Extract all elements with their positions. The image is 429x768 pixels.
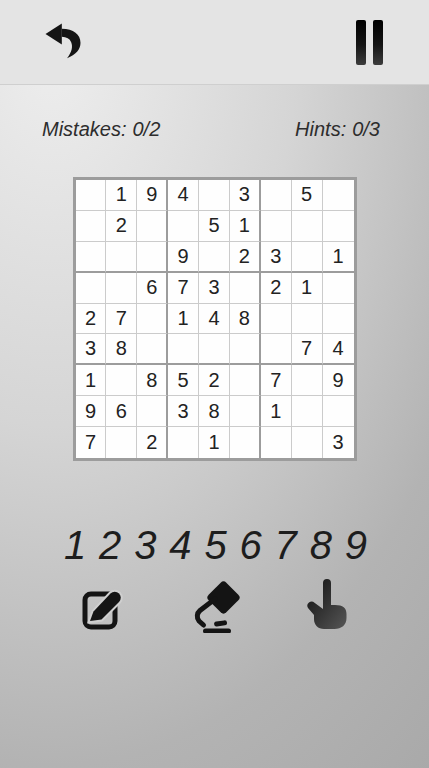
cell-r4c3[interactable]: 6 <box>137 273 168 304</box>
cell-r8c9[interactable] <box>323 396 354 427</box>
cell-r2c1[interactable] <box>76 211 107 242</box>
notes-button[interactable] <box>77 577 133 633</box>
cell-r8c3[interactable] <box>137 396 168 427</box>
number-pad: 123456789 <box>64 525 367 565</box>
cell-r3c9[interactable]: 1 <box>323 242 354 273</box>
cell-r5c3[interactable] <box>137 304 168 335</box>
pointing-hand-icon <box>297 577 353 633</box>
cell-r6c3[interactable] <box>137 334 168 365</box>
cell-r3c8[interactable] <box>292 242 323 273</box>
pause-button[interactable] <box>356 20 383 65</box>
cell-r2c7[interactable] <box>261 211 292 242</box>
cell-r8c4[interactable]: 3 <box>168 396 199 427</box>
cell-r8c5[interactable]: 8 <box>199 396 230 427</box>
numpad-6[interactable]: 6 <box>239 525 261 565</box>
cell-r2c9[interactable] <box>323 211 354 242</box>
cell-r7c7[interactable]: 7 <box>261 365 292 396</box>
cell-r6c7[interactable] <box>261 334 292 365</box>
cell-r6c6[interactable] <box>230 334 261 365</box>
cell-r4c2[interactable] <box>106 273 137 304</box>
cell-r4c7[interactable]: 2 <box>261 273 292 304</box>
cell-r5c8[interactable] <box>292 304 323 335</box>
cell-r6c4[interactable] <box>168 334 199 365</box>
cell-r6c2[interactable]: 8 <box>106 334 137 365</box>
undo-arrow-icon <box>42 20 84 62</box>
cell-r1c5[interactable] <box>199 180 230 211</box>
numpad-3[interactable]: 3 <box>134 525 156 565</box>
cell-r7c2[interactable] <box>106 365 137 396</box>
cell-r9c3[interactable]: 2 <box>137 427 168 458</box>
sudoku-board: 1943525192316732127148387418527996381721… <box>73 177 357 461</box>
tool-bar <box>0 577 429 633</box>
cell-r1c2[interactable]: 1 <box>106 180 137 211</box>
cell-r9c9[interactable]: 3 <box>323 427 354 458</box>
cell-r7c5[interactable]: 2 <box>199 365 230 396</box>
hint-button[interactable] <box>297 577 353 633</box>
cell-r7c3[interactable]: 8 <box>137 365 168 396</box>
cell-r2c2[interactable]: 2 <box>106 211 137 242</box>
cell-r6c9[interactable]: 4 <box>323 334 354 365</box>
header-bar <box>0 0 429 85</box>
numpad-5[interactable]: 5 <box>204 525 226 565</box>
cell-r6c8[interactable]: 7 <box>292 334 323 365</box>
cell-r3c5[interactable] <box>199 242 230 273</box>
cell-r5c1[interactable]: 2 <box>76 304 107 335</box>
cell-r6c1[interactable]: 3 <box>76 334 107 365</box>
cell-r9c2[interactable] <box>106 427 137 458</box>
pause-icon <box>356 20 383 65</box>
numpad-1[interactable]: 1 <box>64 525 86 565</box>
eraser-icon <box>187 577 243 633</box>
cell-r2c4[interactable] <box>168 211 199 242</box>
cell-r9c8[interactable] <box>292 427 323 458</box>
cell-r4c1[interactable] <box>76 273 107 304</box>
hints-value: 0/3 <box>352 118 380 141</box>
cell-r5c9[interactable] <box>323 304 354 335</box>
cell-r5c5[interactable]: 4 <box>199 304 230 335</box>
cell-r3c1[interactable] <box>76 242 107 273</box>
cell-r1c9[interactable] <box>323 180 354 211</box>
mistakes-status: Mistakes: 0/2 <box>42 118 160 141</box>
numpad-2[interactable]: 2 <box>99 525 121 565</box>
cell-r5c6[interactable]: 8 <box>230 304 261 335</box>
cell-r6c5[interactable] <box>199 334 230 365</box>
cell-r7c4[interactable]: 5 <box>168 365 199 396</box>
cell-r8c7[interactable]: 1 <box>261 396 292 427</box>
back-button[interactable] <box>42 20 84 65</box>
cell-r1c8[interactable]: 5 <box>292 180 323 211</box>
cell-r8c1[interactable]: 9 <box>76 396 107 427</box>
pencil-square-icon <box>77 577 133 633</box>
cell-r8c6[interactable] <box>230 396 261 427</box>
cell-r3c4[interactable]: 9 <box>168 242 199 273</box>
numpad-9[interactable]: 9 <box>345 525 367 565</box>
hints-status: Hints: 0/3 <box>295 118 380 141</box>
cell-r7c6[interactable] <box>230 365 261 396</box>
cell-r9c1[interactable]: 7 <box>76 427 107 458</box>
cell-r1c1[interactable] <box>76 180 107 211</box>
cell-r1c6[interactable]: 3 <box>230 180 261 211</box>
cell-r2c3[interactable] <box>137 211 168 242</box>
cell-r5c7[interactable] <box>261 304 292 335</box>
cell-r5c4[interactable]: 1 <box>168 304 199 335</box>
cell-r5c2[interactable]: 7 <box>106 304 137 335</box>
cell-r2c5[interactable]: 5 <box>199 211 230 242</box>
cell-r3c7[interactable]: 3 <box>261 242 292 273</box>
cell-r1c7[interactable] <box>261 180 292 211</box>
cell-r3c2[interactable] <box>106 242 137 273</box>
status-row: Mistakes: 0/2 Hints: 0/3 <box>42 118 380 141</box>
cell-r7c9[interactable]: 9 <box>323 365 354 396</box>
numpad-4[interactable]: 4 <box>169 525 191 565</box>
cell-r1c3[interactable]: 9 <box>137 180 168 211</box>
cell-r8c2[interactable]: 6 <box>106 396 137 427</box>
numpad-7[interactable]: 7 <box>275 525 297 565</box>
cell-r8c8[interactable] <box>292 396 323 427</box>
cell-r4c8[interactable]: 1 <box>292 273 323 304</box>
cell-r3c6[interactable]: 2 <box>230 242 261 273</box>
cell-r3c3[interactable] <box>137 242 168 273</box>
cell-r9c6[interactable] <box>230 427 261 458</box>
cell-r7c8[interactable] <box>292 365 323 396</box>
hints-label: Hints: <box>295 118 346 141</box>
eraser-button[interactable] <box>187 577 243 633</box>
numpad-8[interactable]: 8 <box>310 525 332 565</box>
cell-r7c1[interactable]: 1 <box>76 365 107 396</box>
mistakes-value: 0/2 <box>132 118 160 141</box>
cell-r9c7[interactable] <box>261 427 292 458</box>
cell-r2c6[interactable]: 1 <box>230 211 261 242</box>
cell-r2c8[interactable] <box>292 211 323 242</box>
cell-r1c4[interactable]: 4 <box>168 180 199 211</box>
cell-r4c4[interactable]: 7 <box>168 273 199 304</box>
mistakes-label: Mistakes: <box>42 118 126 141</box>
cell-r4c6[interactable] <box>230 273 261 304</box>
cell-r4c5[interactable]: 3 <box>199 273 230 304</box>
cell-r4c9[interactable] <box>323 273 354 304</box>
cell-r9c4[interactable] <box>168 427 199 458</box>
cell-r9c5[interactable]: 1 <box>199 427 230 458</box>
